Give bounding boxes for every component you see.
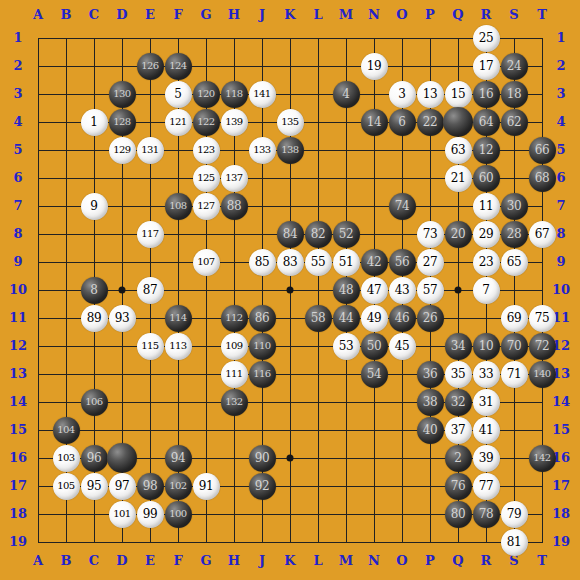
stone-R18: 78 xyxy=(473,501,500,528)
stone-number: 6 xyxy=(398,116,405,128)
stone-D16-handicap xyxy=(107,443,137,473)
stone-R7: 11 xyxy=(473,193,500,220)
stone-D4: 128 xyxy=(109,109,136,136)
stone-M11: 44 xyxy=(333,305,360,332)
stone-number: 107 xyxy=(197,257,214,267)
stone-number: 13 xyxy=(423,88,438,100)
stone-number: 133 xyxy=(253,145,270,155)
stone-S13: 71 xyxy=(501,361,528,388)
stone-E2: 126 xyxy=(137,53,164,80)
stone-number: 51 xyxy=(339,256,354,268)
stone-number: 100 xyxy=(169,509,186,519)
stone-number: 9 xyxy=(90,200,97,212)
stone-number: 18 xyxy=(507,88,522,100)
stone-H4: 139 xyxy=(221,109,248,136)
stone-N4: 14 xyxy=(361,109,388,136)
stone-number: 122 xyxy=(197,117,214,127)
stone-C11: 89 xyxy=(81,305,108,332)
stone-K5: 138 xyxy=(277,137,304,164)
stone-O11: 46 xyxy=(389,305,416,332)
stone-L8: 82 xyxy=(305,221,332,248)
stone-number: 109 xyxy=(225,341,242,351)
stone-number: 17 xyxy=(479,60,494,72)
stone-O12: 45 xyxy=(389,333,416,360)
stone-N9: 42 xyxy=(361,249,388,276)
stone-D3: 130 xyxy=(109,81,136,108)
stone-N2: 19 xyxy=(361,53,388,80)
stone-Q13: 35 xyxy=(445,361,472,388)
stone-S4: 62 xyxy=(501,109,528,136)
stone-number: 40 xyxy=(423,424,438,436)
stone-number: 62 xyxy=(507,116,522,128)
stone-Q3: 15 xyxy=(445,81,472,108)
stone-number: 24 xyxy=(507,60,522,72)
stone-R14: 31 xyxy=(473,389,500,416)
stone-T12: 72 xyxy=(529,333,556,360)
stone-number: 75 xyxy=(535,312,550,324)
stone-R16: 39 xyxy=(473,445,500,472)
stone-S2: 24 xyxy=(501,53,528,80)
stone-number: 69 xyxy=(507,312,522,324)
stone-H3: 118 xyxy=(221,81,248,108)
stone-R10: 7 xyxy=(473,277,500,304)
stone-number: 99 xyxy=(143,508,158,520)
stone-number: 37 xyxy=(451,424,466,436)
stone-number: 21 xyxy=(451,172,466,184)
stone-number: 115 xyxy=(141,341,158,351)
stone-number: 140 xyxy=(533,369,550,379)
stone-N10: 47 xyxy=(361,277,388,304)
stone-H14: 132 xyxy=(221,389,248,416)
stone-number: 72 xyxy=(535,340,550,352)
stone-number: 32 xyxy=(451,396,466,408)
stone-T16: 142 xyxy=(529,445,556,472)
stone-B15: 104 xyxy=(53,417,80,444)
stone-Q15: 37 xyxy=(445,417,472,444)
stone-number: 16 xyxy=(479,88,494,100)
stone-R5: 12 xyxy=(473,137,500,164)
stone-S18: 79 xyxy=(501,501,528,528)
stone-number: 87 xyxy=(143,284,158,296)
stone-number: 8 xyxy=(90,284,97,296)
stone-T5: 66 xyxy=(529,137,556,164)
stone-number: 70 xyxy=(507,340,522,352)
stone-S3: 18 xyxy=(501,81,528,108)
stone-number: 34 xyxy=(451,340,466,352)
stone-number: 123 xyxy=(197,145,214,155)
stone-number: 139 xyxy=(225,117,242,127)
stone-P13: 36 xyxy=(417,361,444,388)
stone-number: 106 xyxy=(85,397,102,407)
stone-T8: 67 xyxy=(529,221,556,248)
stone-number: 65 xyxy=(507,256,522,268)
stone-number: 66 xyxy=(535,144,550,156)
stone-number: 2 xyxy=(454,452,461,464)
stone-number: 63 xyxy=(451,144,466,156)
stone-number: 111 xyxy=(225,369,242,379)
stone-P14: 38 xyxy=(417,389,444,416)
stone-E10: 87 xyxy=(137,277,164,304)
stone-number: 45 xyxy=(395,340,410,352)
stone-number: 43 xyxy=(395,284,410,296)
go-board-diagram: AABBCCDDEEFFGGHHJJKKLLMMNNOOPPQQRRSSTT11… xyxy=(0,0,580,580)
stone-J11: 86 xyxy=(249,305,276,332)
stone-number: 121 xyxy=(169,117,186,127)
stone-number: 98 xyxy=(143,480,158,492)
stone-E17: 98 xyxy=(137,473,164,500)
stone-number: 20 xyxy=(451,228,466,240)
stone-number: 67 xyxy=(535,228,550,240)
stone-number: 76 xyxy=(451,480,466,492)
stone-E18: 99 xyxy=(137,501,164,528)
stone-O4: 6 xyxy=(389,109,416,136)
stone-number: 103 xyxy=(57,453,74,463)
stone-number: 137 xyxy=(225,173,242,183)
stone-number: 79 xyxy=(507,508,522,520)
stone-number: 105 xyxy=(57,481,74,491)
stone-number: 84 xyxy=(283,228,298,240)
stone-P9: 27 xyxy=(417,249,444,276)
stone-S19: 81 xyxy=(501,529,528,556)
stone-number: 55 xyxy=(311,256,326,268)
stone-H13: 111 xyxy=(221,361,248,388)
stone-number: 46 xyxy=(395,312,410,324)
stone-G6: 125 xyxy=(193,165,220,192)
stone-number: 10 xyxy=(479,340,494,352)
stone-number: 19 xyxy=(367,60,382,72)
stone-F11: 114 xyxy=(165,305,192,332)
stone-P11: 26 xyxy=(417,305,444,332)
stone-N12: 50 xyxy=(361,333,388,360)
stone-S11: 69 xyxy=(501,305,528,332)
stone-M10: 48 xyxy=(333,277,360,304)
stone-J12: 110 xyxy=(249,333,276,360)
stone-O7: 74 xyxy=(389,193,416,220)
stone-number: 28 xyxy=(507,228,522,240)
stone-number: 54 xyxy=(367,368,382,380)
stone-number: 135 xyxy=(281,117,298,127)
stone-number: 88 xyxy=(227,200,242,212)
stone-M8: 52 xyxy=(333,221,360,248)
stone-number: 68 xyxy=(535,172,550,184)
stone-number: 36 xyxy=(423,368,438,380)
stone-M3: 4 xyxy=(333,81,360,108)
stone-number: 112 xyxy=(225,313,242,323)
stone-P4: 22 xyxy=(417,109,444,136)
stone-number: 132 xyxy=(225,397,242,407)
stone-Q14: 32 xyxy=(445,389,472,416)
stone-J3: 141 xyxy=(249,81,276,108)
stone-number: 89 xyxy=(87,312,102,324)
stone-number: 101 xyxy=(113,509,130,519)
stone-number: 129 xyxy=(113,145,130,155)
stone-S12: 70 xyxy=(501,333,528,360)
stone-number: 74 xyxy=(395,200,410,212)
stone-H12: 109 xyxy=(221,333,248,360)
stone-number: 142 xyxy=(533,453,550,463)
stone-D18: 101 xyxy=(109,501,136,528)
stone-B17: 105 xyxy=(53,473,80,500)
stone-number: 47 xyxy=(367,284,382,296)
stone-O3: 3 xyxy=(389,81,416,108)
stone-O9: 56 xyxy=(389,249,416,276)
stone-G3: 120 xyxy=(193,81,220,108)
stone-number: 131 xyxy=(141,145,158,155)
stone-R17: 77 xyxy=(473,473,500,500)
stone-Q18: 80 xyxy=(445,501,472,528)
stone-G4: 122 xyxy=(193,109,220,136)
stone-H6: 137 xyxy=(221,165,248,192)
stone-R9: 23 xyxy=(473,249,500,276)
stone-number: 31 xyxy=(479,396,494,408)
stone-F7: 108 xyxy=(165,193,192,220)
stone-number: 94 xyxy=(171,452,186,464)
stone-R13: 33 xyxy=(473,361,500,388)
stone-E5: 131 xyxy=(137,137,164,164)
stone-L9: 55 xyxy=(305,249,332,276)
stone-number: 110 xyxy=(253,341,270,351)
stone-number: 38 xyxy=(423,396,438,408)
stone-Q6: 21 xyxy=(445,165,472,192)
stone-number: 33 xyxy=(479,368,494,380)
stone-F12: 113 xyxy=(165,333,192,360)
stone-K9: 83 xyxy=(277,249,304,276)
stone-M12: 53 xyxy=(333,333,360,360)
stone-number: 86 xyxy=(255,312,270,324)
stone-number: 26 xyxy=(423,312,438,324)
stone-number: 22 xyxy=(423,116,438,128)
stone-P10: 57 xyxy=(417,277,444,304)
stone-R6: 60 xyxy=(473,165,500,192)
stone-F17: 102 xyxy=(165,473,192,500)
stone-number: 15 xyxy=(451,88,466,100)
stone-N13: 54 xyxy=(361,361,388,388)
stone-number: 126 xyxy=(141,61,158,71)
stone-F3: 5 xyxy=(165,81,192,108)
stone-D5: 129 xyxy=(109,137,136,164)
stone-J5: 133 xyxy=(249,137,276,164)
stone-number: 127 xyxy=(197,201,214,211)
stone-number: 39 xyxy=(479,452,494,464)
stone-number: 83 xyxy=(283,256,298,268)
stone-G5: 123 xyxy=(193,137,220,164)
stone-S8: 28 xyxy=(501,221,528,248)
stone-number: 138 xyxy=(281,145,298,155)
stone-O10: 43 xyxy=(389,277,416,304)
stone-number: 93 xyxy=(115,312,130,324)
stone-number: 5 xyxy=(174,88,181,100)
stone-number: 97 xyxy=(115,480,130,492)
stone-R12: 10 xyxy=(473,333,500,360)
stone-number: 48 xyxy=(339,284,354,296)
stone-number: 118 xyxy=(225,89,242,99)
stone-number: 125 xyxy=(197,173,214,183)
stone-number: 141 xyxy=(253,89,270,99)
stone-R2: 17 xyxy=(473,53,500,80)
board-surface[interactable]: 2512612419172413051201181414313151618112… xyxy=(24,24,556,556)
stone-number: 96 xyxy=(87,452,102,464)
stone-number: 41 xyxy=(479,424,494,436)
stone-J13: 116 xyxy=(249,361,276,388)
stone-Q4-handicap xyxy=(443,107,473,137)
stone-C10: 8 xyxy=(81,277,108,304)
stone-B16: 103 xyxy=(53,445,80,472)
stone-number: 23 xyxy=(479,256,494,268)
stone-N11: 49 xyxy=(361,305,388,332)
stone-C16: 96 xyxy=(81,445,108,472)
stone-number: 3 xyxy=(398,88,405,100)
stone-number: 104 xyxy=(57,425,74,435)
stone-number: 95 xyxy=(87,480,102,492)
stone-D17: 97 xyxy=(109,473,136,500)
stone-number: 58 xyxy=(311,312,326,324)
stone-number: 42 xyxy=(367,256,382,268)
stone-J16: 90 xyxy=(249,445,276,472)
stone-number: 30 xyxy=(507,200,522,212)
stone-number: 29 xyxy=(479,228,494,240)
stone-P3: 13 xyxy=(417,81,444,108)
stone-C14: 106 xyxy=(81,389,108,416)
stone-M9: 51 xyxy=(333,249,360,276)
stone-number: 57 xyxy=(423,284,438,296)
stone-G9: 107 xyxy=(193,249,220,276)
stone-number: 77 xyxy=(479,480,494,492)
stone-number: 92 xyxy=(255,480,270,492)
stone-number: 90 xyxy=(255,452,270,464)
stone-R1: 25 xyxy=(473,25,500,52)
stone-number: 117 xyxy=(141,229,158,239)
stone-number: 82 xyxy=(311,228,326,240)
stone-number: 80 xyxy=(451,508,466,520)
stone-K8: 84 xyxy=(277,221,304,248)
stone-E12: 115 xyxy=(137,333,164,360)
stone-J9: 85 xyxy=(249,249,276,276)
stone-number: 85 xyxy=(255,256,270,268)
stone-G17: 91 xyxy=(193,473,220,500)
stone-number: 12 xyxy=(479,144,494,156)
stone-R3: 16 xyxy=(473,81,500,108)
stone-number: 14 xyxy=(367,116,382,128)
stone-Q8: 20 xyxy=(445,221,472,248)
stone-number: 4 xyxy=(342,88,349,100)
stone-J17: 92 xyxy=(249,473,276,500)
stone-G7: 127 xyxy=(193,193,220,220)
stone-number: 124 xyxy=(169,61,186,71)
stone-number: 52 xyxy=(339,228,354,240)
stone-T13: 140 xyxy=(529,361,556,388)
stone-Q12: 34 xyxy=(445,333,472,360)
stone-number: 25 xyxy=(479,32,494,44)
stone-number: 114 xyxy=(169,313,186,323)
stone-number: 81 xyxy=(507,536,522,548)
stone-number: 64 xyxy=(479,116,494,128)
stone-number: 120 xyxy=(197,89,214,99)
stone-number: 50 xyxy=(367,340,382,352)
stone-number: 11 xyxy=(479,200,494,212)
stone-R8: 29 xyxy=(473,221,500,248)
stone-number: 49 xyxy=(367,312,382,324)
stone-number: 60 xyxy=(479,172,494,184)
stone-C7: 9 xyxy=(81,193,108,220)
stone-S7: 30 xyxy=(501,193,528,220)
stone-number: 1 xyxy=(90,116,97,128)
stone-number: 128 xyxy=(113,117,130,127)
stone-D11: 93 xyxy=(109,305,136,332)
stone-number: 27 xyxy=(423,256,438,268)
stone-S9: 65 xyxy=(501,249,528,276)
stone-P15: 40 xyxy=(417,417,444,444)
stone-H7: 88 xyxy=(221,193,248,220)
stone-C17: 95 xyxy=(81,473,108,500)
stone-P8: 73 xyxy=(417,221,444,248)
stone-number: 73 xyxy=(423,228,438,240)
stone-R15: 41 xyxy=(473,417,500,444)
stone-C4: 1 xyxy=(81,109,108,136)
stone-number: 130 xyxy=(113,89,130,99)
stone-number: 116 xyxy=(253,369,270,379)
stone-number: 91 xyxy=(199,480,214,492)
stone-R4: 64 xyxy=(473,109,500,136)
stone-F18: 100 xyxy=(165,501,192,528)
stone-E8: 117 xyxy=(137,221,164,248)
stone-number: 71 xyxy=(507,368,522,380)
stone-Q17: 76 xyxy=(445,473,472,500)
stone-number: 113 xyxy=(169,341,186,351)
stone-number: 102 xyxy=(169,481,186,491)
stone-number: 53 xyxy=(339,340,354,352)
stone-number: 78 xyxy=(479,508,494,520)
stone-H11: 112 xyxy=(221,305,248,332)
stone-K4: 135 xyxy=(277,109,304,136)
stone-F16: 94 xyxy=(165,445,192,472)
stone-T6: 68 xyxy=(529,165,556,192)
stone-Q5: 63 xyxy=(445,137,472,164)
stone-L11: 58 xyxy=(305,305,332,332)
stone-Q16: 2 xyxy=(445,445,472,472)
stone-T11: 75 xyxy=(529,305,556,332)
stone-number: 7 xyxy=(482,284,489,296)
stone-number: 35 xyxy=(451,368,466,380)
stone-number: 44 xyxy=(339,312,354,324)
stone-number: 108 xyxy=(169,201,186,211)
stone-number: 56 xyxy=(395,256,410,268)
stone-F2: 124 xyxy=(165,53,192,80)
stone-F4: 121 xyxy=(165,109,192,136)
